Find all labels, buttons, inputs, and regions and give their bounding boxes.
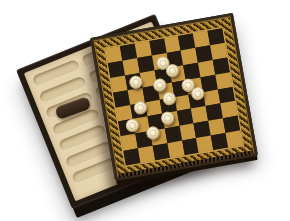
checker-piece-cream bbox=[160, 111, 175, 126]
checker-piece-cream bbox=[128, 74, 143, 89]
product-photo-scene bbox=[0, 0, 290, 221]
checker-piece-cream bbox=[145, 126, 160, 141]
checker-piece-cream bbox=[161, 92, 176, 107]
checkers-board bbox=[90, 13, 258, 181]
checker-piece-cream bbox=[165, 63, 180, 78]
checker-piece-cream bbox=[152, 77, 167, 92]
checker-piece-cream bbox=[125, 118, 140, 133]
checker-piece-cream bbox=[133, 101, 148, 116]
checker-piece-cream bbox=[191, 86, 206, 101]
pieces-layer bbox=[105, 28, 243, 166]
